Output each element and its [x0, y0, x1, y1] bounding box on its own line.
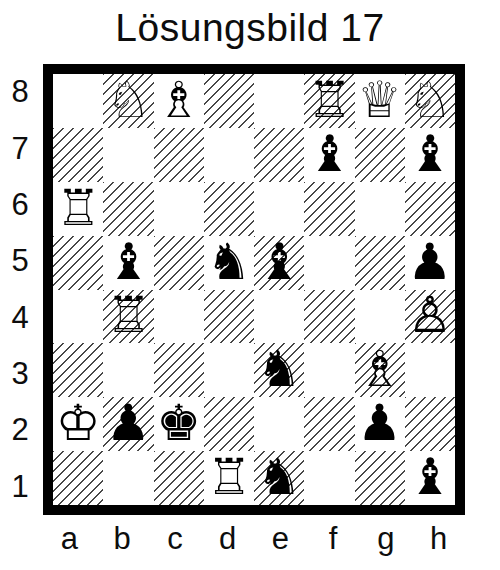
square-b7 — [103, 128, 153, 182]
square-b4: ♖ — [103, 290, 153, 344]
black-bishop-piece: ♝ — [407, 129, 452, 179]
square-a2: ♔ — [53, 397, 103, 451]
square-f3 — [304, 343, 354, 397]
square-g3: ♗ — [355, 343, 405, 397]
square-a6: ♖ — [53, 182, 103, 236]
rank-label-8: 8 — [2, 64, 38, 120]
square-f6 — [304, 182, 354, 236]
file-label-d: d — [201, 518, 254, 560]
square-h5: ♟ — [405, 236, 455, 290]
white-knight-piece: ♘ — [407, 75, 452, 125]
chess-diagram-page: Lösungsbild 17 87654321 ♘♗♖♕♘♝♝♖♝♞♝♟♖♙♞♗… — [0, 0, 500, 570]
square-e4 — [254, 290, 304, 344]
rank-label-4: 4 — [2, 290, 38, 346]
file-label-g: g — [360, 518, 413, 560]
black-knight-piece: ♞ — [257, 344, 302, 394]
square-d2 — [204, 397, 254, 451]
rank-label-7: 7 — [2, 120, 38, 176]
black-king-piece: ♚ — [156, 398, 201, 448]
file-label-c: c — [149, 518, 202, 560]
square-b2: ♟ — [103, 397, 153, 451]
white-rook-piece: ♖ — [106, 290, 151, 340]
chess-board: ♘♗♖♕♘♝♝♖♝♞♝♟♖♙♞♗♔♟♚♟♖♞♝ — [43, 64, 465, 515]
square-a7 — [53, 128, 103, 182]
rank-label-2: 2 — [2, 402, 38, 458]
square-b5: ♝ — [103, 236, 153, 290]
white-knight-piece: ♘ — [106, 75, 151, 125]
rank-label-1: 1 — [2, 459, 38, 515]
square-e3: ♞ — [254, 343, 304, 397]
square-g4 — [355, 290, 405, 344]
black-bishop-piece: ♝ — [257, 237, 302, 287]
square-h2 — [405, 397, 455, 451]
square-f7: ♝ — [304, 128, 354, 182]
white-bishop-piece: ♗ — [156, 75, 201, 125]
square-d4 — [204, 290, 254, 344]
rank-labels: 87654321 — [2, 64, 38, 515]
square-h1: ♝ — [405, 451, 455, 505]
black-knight-piece: ♞ — [206, 237, 251, 287]
square-c7 — [154, 128, 204, 182]
white-rook-piece: ♖ — [56, 183, 101, 233]
black-pawn-piece: ♟ — [106, 398, 151, 448]
square-a4 — [53, 290, 103, 344]
square-e7 — [254, 128, 304, 182]
square-h7: ♝ — [405, 128, 455, 182]
square-d8 — [204, 74, 254, 128]
square-g8: ♕ — [355, 74, 405, 128]
square-h4: ♙ — [405, 290, 455, 344]
file-label-e: e — [254, 518, 307, 560]
square-b1 — [103, 451, 153, 505]
square-e1: ♞ — [254, 451, 304, 505]
square-a5 — [53, 236, 103, 290]
square-a3 — [53, 343, 103, 397]
square-h8: ♘ — [405, 74, 455, 128]
black-pawn-piece: ♟ — [357, 398, 402, 448]
square-d6 — [204, 182, 254, 236]
white-king-piece: ♔ — [56, 398, 101, 448]
square-g6 — [355, 182, 405, 236]
square-c2: ♚ — [154, 397, 204, 451]
rank-label-5: 5 — [2, 233, 38, 289]
file-label-a: a — [43, 518, 96, 560]
file-label-h: h — [412, 518, 465, 560]
square-d5: ♞ — [204, 236, 254, 290]
white-bishop-piece: ♗ — [357, 344, 402, 394]
square-d7 — [204, 128, 254, 182]
white-rook-piece: ♖ — [307, 75, 352, 125]
square-c5 — [154, 236, 204, 290]
square-e8 — [254, 74, 304, 128]
square-a8 — [53, 74, 103, 128]
square-f2 — [304, 397, 354, 451]
white-queen-piece: ♕ — [357, 75, 402, 125]
square-b8: ♘ — [103, 74, 153, 128]
file-labels: abcdefgh — [43, 518, 465, 560]
white-rook-piece: ♖ — [206, 452, 251, 502]
square-f8: ♖ — [304, 74, 354, 128]
square-c3 — [154, 343, 204, 397]
square-f5 — [304, 236, 354, 290]
square-g1 — [355, 451, 405, 505]
square-c4 — [154, 290, 204, 344]
square-h6 — [405, 182, 455, 236]
square-c8: ♗ — [154, 74, 204, 128]
square-h3 — [405, 343, 455, 397]
square-f4 — [304, 290, 354, 344]
black-knight-piece: ♞ — [257, 452, 302, 502]
square-g5 — [355, 236, 405, 290]
square-f1 — [304, 451, 354, 505]
square-e2 — [254, 397, 304, 451]
rank-label-6: 6 — [2, 177, 38, 233]
square-a1 — [53, 451, 103, 505]
file-label-b: b — [96, 518, 149, 560]
rank-label-3: 3 — [2, 346, 38, 402]
square-e6 — [254, 182, 304, 236]
square-d1: ♖ — [204, 451, 254, 505]
square-e5: ♝ — [254, 236, 304, 290]
black-bishop-piece: ♝ — [307, 129, 352, 179]
square-c1 — [154, 451, 204, 505]
black-bishop-piece: ♝ — [407, 452, 452, 502]
square-d3 — [204, 343, 254, 397]
square-g2: ♟ — [355, 397, 405, 451]
page-title: Lösungsbild 17 — [0, 6, 500, 50]
square-b6 — [103, 182, 153, 236]
black-pawn-piece: ♟ — [407, 237, 452, 287]
square-c6 — [154, 182, 204, 236]
black-bishop-piece: ♝ — [106, 237, 151, 287]
white-pawn-piece: ♙ — [407, 290, 452, 340]
square-g7 — [355, 128, 405, 182]
square-b3 — [103, 343, 153, 397]
file-label-f: f — [307, 518, 360, 560]
